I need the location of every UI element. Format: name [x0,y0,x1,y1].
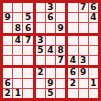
cell-r1c1[interactable] [3,3,12,12]
cell-r7c6[interactable] [56,68,65,77]
sudoku-box-3: 47 [3,36,33,66]
cell-r2c5[interactable]: 6 [46,13,55,22]
cell-r1c3[interactable] [23,3,32,12]
cell-r9c4[interactable] [36,89,45,98]
cell-r9c8[interactable] [79,89,88,98]
cell-r8c2[interactable] [13,79,22,88]
cell-r7c3[interactable] [23,68,32,77]
cell-r6c9[interactable] [89,56,98,65]
sudoku-box-1: 369 [36,3,66,33]
sudoku-board: 95863697644735487436212956921 [0,0,101,101]
cell-r4c3[interactable]: 7 [23,36,32,45]
cell-r8c9[interactable]: 1 [89,79,98,88]
cell-r6c2[interactable] [13,56,22,65]
cell-r9c2[interactable]: 1 [13,89,22,98]
cell-r6c7[interactable]: 4 [68,56,77,65]
sudoku-box-7: 295 [36,68,66,98]
cell-r3c9[interactable] [89,23,98,32]
cell-r9c1[interactable]: 2 [3,89,12,98]
cell-r8c4[interactable] [36,79,45,88]
cell-r2c1[interactable]: 9 [3,13,12,22]
cell-r2c8[interactable] [79,13,88,22]
cell-r7c2[interactable] [13,68,22,77]
cell-r5c3[interactable] [23,46,32,55]
cell-r7c9[interactable] [89,68,98,77]
cell-r9c6[interactable] [56,89,65,98]
cell-r2c3[interactable]: 5 [23,13,32,22]
sudoku-box-8: 6921 [68,68,98,98]
cell-r1c6[interactable] [56,3,65,12]
cell-r8c7[interactable]: 2 [68,79,77,88]
cell-r1c4[interactable] [36,3,45,12]
cell-r6c5[interactable] [46,56,55,65]
cell-r5c7[interactable] [68,46,77,55]
cell-r8c6[interactable] [56,79,65,88]
sudoku-box-2: 764 [68,3,98,33]
sudoku-puzzle: 95863697644735487436212956921 [0,0,101,101]
cell-r4c2[interactable]: 4 [13,36,22,45]
cell-r7c1[interactable] [3,68,12,77]
sudoku-box-0: 9586 [3,3,33,33]
cell-r2c6[interactable] [56,13,65,22]
cell-r7c4[interactable]: 2 [36,68,45,77]
cell-r8c8[interactable] [79,79,88,88]
cell-r5c8[interactable] [79,46,88,55]
cell-r9c5[interactable]: 5 [46,89,55,98]
cell-r3c4[interactable] [36,23,45,32]
cell-r2c7[interactable] [68,13,77,22]
cell-r8c1[interactable]: 6 [3,79,12,88]
cell-r5c2[interactable] [13,46,22,55]
cell-r7c7[interactable]: 6 [68,68,77,77]
cell-r1c5[interactable]: 3 [46,3,55,12]
cell-r1c7[interactable] [68,3,77,12]
cell-r4c7[interactable] [68,36,77,45]
cell-r8c5[interactable]: 9 [46,79,55,88]
cell-r6c4[interactable] [36,56,45,65]
cell-r2c4[interactable] [36,13,45,22]
cell-r3c5[interactable] [46,23,55,32]
cell-r3c8[interactable] [79,23,88,32]
cell-r3c6[interactable]: 9 [56,23,65,32]
cell-r6c1[interactable] [3,56,12,65]
cell-r5c6[interactable]: 8 [56,46,65,55]
cell-r6c3[interactable] [23,56,32,65]
cell-r5c1[interactable] [3,46,12,55]
cell-r1c2[interactable] [13,3,22,12]
cell-r9c9[interactable] [89,89,98,98]
cell-r4c4[interactable]: 3 [36,36,45,45]
sudoku-box-6: 621 [3,68,33,98]
cell-r1c8[interactable]: 7 [79,3,88,12]
cell-r6c8[interactable]: 3 [79,56,88,65]
cell-r4c9[interactable] [89,36,98,45]
cell-r3c7[interactable] [68,23,77,32]
cell-r4c1[interactable] [3,36,12,45]
cell-r3c3[interactable]: 6 [23,23,32,32]
cell-r9c3[interactable] [23,89,32,98]
cell-r2c2[interactable] [13,13,22,22]
cell-r7c5[interactable] [46,68,55,77]
cell-r8c3[interactable] [23,79,32,88]
sudoku-box-5: 43 [68,36,98,66]
cell-r7c8[interactable]: 9 [79,68,88,77]
cell-r5c4[interactable]: 5 [36,46,45,55]
cell-r1c9[interactable]: 6 [89,3,98,12]
cell-r5c9[interactable] [89,46,98,55]
cell-r6c6[interactable]: 7 [56,56,65,65]
cell-r4c5[interactable] [46,36,55,45]
cell-r4c6[interactable] [56,36,65,45]
cell-r4c8[interactable] [79,36,88,45]
cell-r9c7[interactable] [68,89,77,98]
cell-r3c2[interactable]: 8 [13,23,22,32]
cell-r3c1[interactable] [3,23,12,32]
cell-r5c5[interactable]: 4 [46,46,55,55]
sudoku-box-4: 35487 [36,36,66,66]
cell-r2c9[interactable]: 4 [89,13,98,22]
